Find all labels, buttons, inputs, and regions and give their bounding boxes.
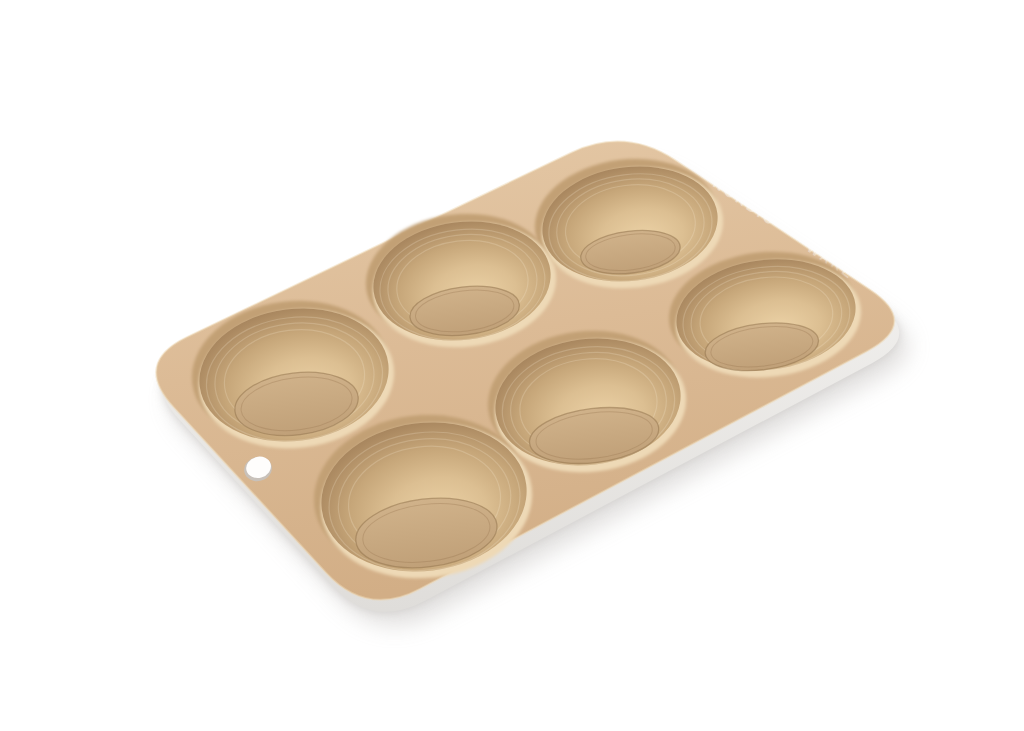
muffin-pan-photo: NORDICWARE — [0, 0, 1024, 731]
product-photo-canvas: Overhead product photo of an empty 6-cup… — [0, 0, 1024, 731]
